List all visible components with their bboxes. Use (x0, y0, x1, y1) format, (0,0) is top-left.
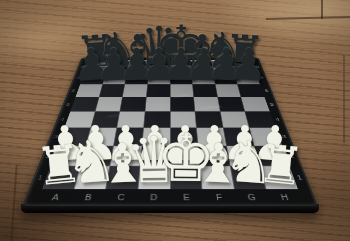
chessboard-photo: ABCDEFGH 87654321 87654321 ♜♞♝♛♚♝♞♜♟♟♟♟♟… (0, 0, 350, 241)
square-g5[interactable] (218, 97, 245, 111)
square-d5[interactable] (145, 97, 169, 111)
square-c5[interactable] (120, 97, 146, 111)
square-b5[interactable] (95, 97, 122, 111)
square-e5[interactable] (170, 97, 194, 111)
square-f5[interactable] (194, 97, 220, 111)
piece-white-rook-h1[interactable]: ♜ (255, 136, 306, 192)
square-a5[interactable] (70, 97, 98, 111)
plank-seam (10, 165, 17, 241)
plank-seam (343, 55, 345, 143)
piece-black-pawn-h7[interactable]: ♟ (227, 42, 269, 89)
plank-seam (266, 16, 350, 20)
plank-seam (321, 0, 323, 19)
